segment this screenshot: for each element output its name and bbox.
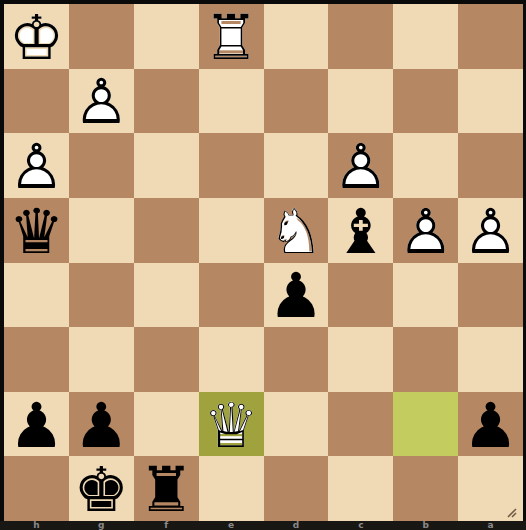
square-e3[interactable]	[199, 133, 264, 198]
square-b5[interactable]	[393, 263, 458, 328]
chess-board: ♚♔♜♖♟♙♟♙♟♙♛♞♘♝♟♙♟♙♟♟♟♛♕♟♚♜	[4, 4, 523, 521]
square-c6[interactable]	[328, 327, 393, 392]
file-labels: hgfedcba	[4, 521, 523, 530]
file-label-a: a	[458, 521, 523, 530]
square-e1[interactable]: ♜♖	[199, 4, 264, 69]
square-h4[interactable]: ♛	[4, 198, 69, 263]
file-label-g: g	[69, 521, 134, 530]
square-d2[interactable]	[264, 69, 329, 134]
square-h6[interactable]	[4, 327, 69, 392]
piece-white-pawn[interactable]: ♟♙	[69, 69, 134, 134]
square-b8[interactable]	[393, 456, 458, 521]
square-c8[interactable]	[328, 456, 393, 521]
square-a7[interactable]: ♟	[458, 392, 523, 457]
file-label-d: d	[264, 521, 329, 530]
square-h8[interactable]	[4, 456, 69, 521]
piece-black-pawn[interactable]: ♟	[4, 392, 69, 457]
square-e4[interactable]	[199, 198, 264, 263]
square-h7[interactable]: ♟	[4, 392, 69, 457]
square-a5[interactable]	[458, 263, 523, 328]
piece-black-queen[interactable]: ♛	[4, 198, 69, 263]
file-label-e: e	[199, 521, 264, 530]
square-b1[interactable]	[393, 4, 458, 69]
square-c5[interactable]	[328, 263, 393, 328]
square-a3[interactable]	[458, 133, 523, 198]
square-b7[interactable]	[393, 392, 458, 457]
resize-handle-icon[interactable]	[503, 504, 518, 519]
piece-black-rook[interactable]: ♜	[134, 456, 199, 521]
square-h2[interactable]	[4, 69, 69, 134]
square-d8[interactable]	[264, 456, 329, 521]
square-a1[interactable]	[458, 4, 523, 69]
square-g2[interactable]: ♟♙	[69, 69, 134, 134]
square-d1[interactable]	[264, 4, 329, 69]
square-h5[interactable]	[4, 263, 69, 328]
square-e7[interactable]: ♛♕	[199, 392, 264, 457]
square-g8[interactable]: ♚	[69, 456, 134, 521]
square-e8[interactable]	[199, 456, 264, 521]
square-c7[interactable]	[328, 392, 393, 457]
square-c1[interactable]	[328, 4, 393, 69]
piece-black-king[interactable]: ♚	[69, 456, 134, 521]
square-a6[interactable]	[458, 327, 523, 392]
square-d4[interactable]: ♞♘	[264, 198, 329, 263]
file-label-f: f	[134, 521, 199, 530]
piece-black-bishop[interactable]: ♝	[328, 198, 393, 263]
square-e5[interactable]	[199, 263, 264, 328]
square-b4[interactable]: ♟♙	[393, 198, 458, 263]
square-d7[interactable]	[264, 392, 329, 457]
square-f4[interactable]	[134, 198, 199, 263]
square-g6[interactable]	[69, 327, 134, 392]
square-g1[interactable]	[69, 4, 134, 69]
piece-white-pawn[interactable]: ♟♙	[393, 198, 458, 263]
square-b6[interactable]	[393, 327, 458, 392]
piece-white-king[interactable]: ♚♔	[4, 4, 69, 69]
square-d6[interactable]	[264, 327, 329, 392]
square-f5[interactable]	[134, 263, 199, 328]
square-a4[interactable]: ♟♙	[458, 198, 523, 263]
square-e2[interactable]	[199, 69, 264, 134]
piece-white-queen[interactable]: ♛♕	[199, 392, 264, 457]
square-e6[interactable]	[199, 327, 264, 392]
square-h3[interactable]: ♟♙	[4, 133, 69, 198]
square-b2[interactable]	[393, 69, 458, 134]
piece-white-knight[interactable]: ♞♘	[264, 198, 329, 263]
square-f1[interactable]	[134, 4, 199, 69]
square-d3[interactable]	[264, 133, 329, 198]
piece-black-pawn[interactable]: ♟	[69, 392, 134, 457]
square-b3[interactable]	[393, 133, 458, 198]
square-f8[interactable]: ♜	[134, 456, 199, 521]
square-d5[interactable]: ♟	[264, 263, 329, 328]
square-g5[interactable]	[69, 263, 134, 328]
file-label-b: b	[393, 521, 458, 530]
square-a2[interactable]	[458, 69, 523, 134]
square-f7[interactable]	[134, 392, 199, 457]
square-c2[interactable]	[328, 69, 393, 134]
square-c4[interactable]: ♝	[328, 198, 393, 263]
piece-black-pawn[interactable]: ♟	[264, 263, 329, 328]
piece-white-pawn[interactable]: ♟♙	[4, 133, 69, 198]
piece-white-pawn[interactable]: ♟♙	[328, 133, 393, 198]
square-g7[interactable]: ♟	[69, 392, 134, 457]
piece-black-pawn[interactable]: ♟	[458, 392, 523, 457]
piece-white-rook[interactable]: ♜♖	[199, 4, 264, 69]
board-frame: ♚♔♜♖♟♙♟♙♟♙♛♞♘♝♟♙♟♙♟♟♟♛♕♟♚♜ hgfedcba	[0, 0, 526, 530]
piece-white-pawn[interactable]: ♟♙	[458, 198, 523, 263]
square-g3[interactable]	[69, 133, 134, 198]
file-label-c: c	[328, 521, 393, 530]
square-h1[interactable]: ♚♔	[4, 4, 69, 69]
file-label-h: h	[4, 521, 69, 530]
square-c3[interactable]: ♟♙	[328, 133, 393, 198]
square-f2[interactable]	[134, 69, 199, 134]
square-f3[interactable]	[134, 133, 199, 198]
square-g4[interactable]	[69, 198, 134, 263]
square-f6[interactable]	[134, 327, 199, 392]
